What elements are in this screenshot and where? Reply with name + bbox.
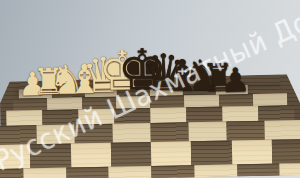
product-photo: ♟♜♞♝♛♚♚♛♝♞♜♟ Русский Шахматный Дом xyxy=(0,0,300,178)
board-scene: ♟♜♞♝♛♚♚♛♝♞♜♟ xyxy=(0,0,300,178)
pieces-row: ♟♜♞♝♛♚♚♛♝♞♜♟ xyxy=(0,0,300,178)
chess-piece-black-pawn: ♟ xyxy=(221,63,251,97)
